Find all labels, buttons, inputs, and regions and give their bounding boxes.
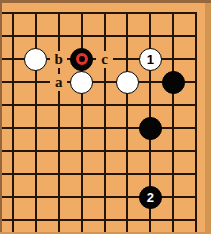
- grid-hline: [0, 173, 197, 175]
- grid-vline: [81, 12, 83, 234]
- grid-hline: [0, 196, 197, 198]
- grid-vline: [195, 12, 197, 234]
- move-number: 1: [147, 53, 154, 66]
- grid-hline: [0, 127, 197, 129]
- go-board: 12bca: [0, 0, 211, 234]
- grid-vline: [35, 12, 37, 234]
- board-frame-top: [0, 0, 211, 3]
- red-circle-mark-icon: [76, 53, 88, 65]
- grid-vline: [12, 12, 14, 234]
- black-stone-S16: [162, 71, 185, 94]
- white-stone-R17: 1: [139, 48, 162, 71]
- grid-hline: [0, 219, 197, 221]
- board-frame-bottom: [0, 232, 205, 234]
- black-stone-R11: 2: [139, 186, 162, 209]
- board-frame-right: [205, 3, 211, 234]
- grid-vline: [104, 12, 106, 234]
- grid-hline: [0, 104, 197, 106]
- white-stone-M17: [24, 48, 47, 71]
- white-stone-O16: [70, 71, 93, 94]
- white-stone-Q16: [116, 71, 139, 94]
- grid-vline: [58, 12, 60, 234]
- point-label-b: b: [50, 51, 67, 68]
- point-label-a: a: [50, 74, 67, 91]
- black-stone-O17: [70, 48, 93, 71]
- grid-hline: [0, 35, 197, 37]
- board-frame-left: [0, 0, 2, 234]
- go-diagram: 12bca: [0, 0, 211, 234]
- grid-hline: [0, 12, 197, 14]
- point-label-c: c: [96, 51, 113, 68]
- grid-hline: [0, 150, 197, 152]
- grid-vline: [172, 12, 174, 234]
- grid-vline: [126, 12, 128, 234]
- black-stone-R14: [139, 117, 162, 140]
- move-number: 2: [147, 191, 154, 204]
